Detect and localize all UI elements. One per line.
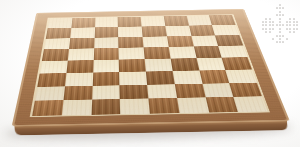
square-g6 bbox=[191, 35, 218, 46]
square-c1 bbox=[91, 99, 120, 115]
square-f1 bbox=[177, 98, 209, 114]
square-a1 bbox=[32, 100, 63, 116]
square-g1 bbox=[205, 97, 238, 113]
square-h4 bbox=[222, 57, 252, 70]
square-f3 bbox=[172, 70, 202, 84]
square-f2 bbox=[175, 83, 206, 98]
square-c5 bbox=[93, 48, 119, 60]
square-f8 bbox=[164, 16, 189, 26]
logo-dot bbox=[296, 28, 298, 30]
square-e4 bbox=[145, 59, 173, 72]
square-d5 bbox=[119, 48, 145, 60]
square-a3 bbox=[37, 73, 66, 87]
square-b6 bbox=[69, 38, 94, 49]
logo-dot-gap bbox=[296, 4, 298, 6]
square-f6 bbox=[167, 36, 194, 47]
square-e5 bbox=[144, 47, 171, 59]
square-b3 bbox=[65, 72, 93, 86]
square-g5 bbox=[193, 46, 221, 58]
square-a5 bbox=[42, 49, 69, 61]
board-squares-grid bbox=[30, 14, 271, 117]
square-e8 bbox=[141, 16, 165, 26]
square-d3 bbox=[119, 71, 147, 85]
square-b8 bbox=[71, 18, 95, 28]
board-front-edge bbox=[14, 120, 288, 136]
square-d4 bbox=[119, 59, 146, 72]
square-b4 bbox=[66, 60, 93, 73]
square-c7 bbox=[94, 27, 118, 38]
square-f5 bbox=[169, 47, 197, 59]
square-e3 bbox=[146, 71, 175, 85]
square-b7 bbox=[70, 27, 95, 38]
square-c3 bbox=[92, 72, 119, 86]
square-g7 bbox=[189, 25, 216, 36]
square-g4 bbox=[196, 58, 225, 71]
logo-dot bbox=[296, 21, 298, 23]
square-f4 bbox=[170, 58, 199, 71]
square-c6 bbox=[94, 37, 119, 48]
square-h8 bbox=[209, 15, 235, 25]
square-g8 bbox=[186, 15, 212, 25]
square-h5 bbox=[218, 46, 247, 58]
square-c2 bbox=[92, 85, 120, 100]
square-e6 bbox=[143, 36, 169, 47]
product-photo-stage bbox=[0, 0, 300, 147]
logo-dot-gap bbox=[296, 7, 298, 9]
square-e1 bbox=[148, 98, 179, 114]
square-c4 bbox=[93, 60, 120, 73]
square-e7 bbox=[142, 26, 167, 37]
square-g3 bbox=[199, 70, 229, 84]
square-e2 bbox=[147, 84, 177, 99]
square-h2 bbox=[229, 82, 262, 97]
logo-dot bbox=[296, 24, 298, 26]
square-g2 bbox=[202, 83, 234, 98]
board-scene bbox=[0, 0, 300, 147]
logo-dot-gap bbox=[296, 11, 298, 13]
square-a2 bbox=[35, 86, 65, 101]
square-a6 bbox=[44, 38, 70, 49]
square-d8 bbox=[118, 17, 142, 27]
board-perspective-wrapper bbox=[15, 0, 275, 147]
square-d6 bbox=[118, 37, 143, 48]
logo-dot-gap bbox=[296, 14, 298, 16]
chess-board bbox=[12, 9, 290, 126]
square-b2 bbox=[63, 86, 92, 101]
square-h3 bbox=[225, 69, 256, 83]
square-h6 bbox=[215, 35, 243, 46]
square-h7 bbox=[212, 25, 239, 36]
logo-dot-gap bbox=[296, 18, 298, 20]
square-a4 bbox=[40, 61, 68, 74]
square-a8 bbox=[48, 18, 73, 28]
square-b5 bbox=[68, 48, 94, 60]
square-h1 bbox=[234, 96, 268, 112]
square-d7 bbox=[118, 26, 142, 37]
square-d2 bbox=[120, 85, 149, 100]
square-a7 bbox=[46, 28, 71, 39]
square-c8 bbox=[95, 17, 118, 27]
square-d1 bbox=[120, 99, 150, 115]
square-b1 bbox=[62, 100, 92, 116]
square-f7 bbox=[165, 25, 191, 36]
